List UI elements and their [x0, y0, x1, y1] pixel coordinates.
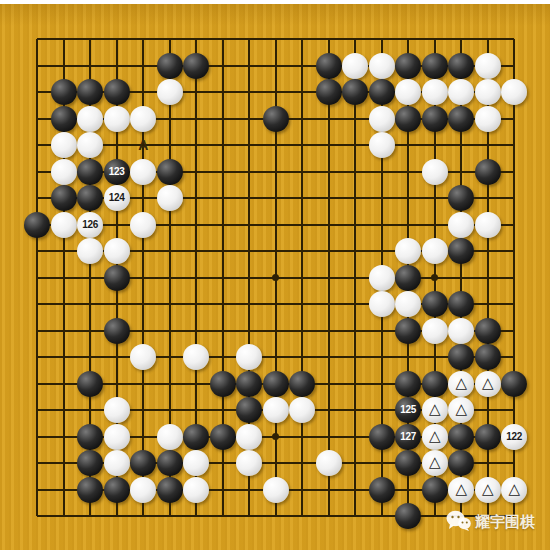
intersection-10-17[interactable]	[263, 450, 290, 477]
intersection-5-19[interactable]	[130, 503, 157, 530]
intersection-19-15[interactable]	[501, 397, 528, 424]
intersection-12-6[interactable]	[316, 159, 343, 186]
intersection-12-12[interactable]	[316, 318, 343, 345]
intersection-15-18[interactable]	[395, 477, 422, 504]
intersection-19-2[interactable]	[501, 53, 528, 80]
intersection-4-8[interactable]	[104, 212, 131, 239]
intersection-4-5[interactable]	[104, 132, 131, 159]
intersection-3-10[interactable]	[77, 265, 104, 292]
intersection-19-9[interactable]	[501, 238, 528, 265]
intersection-12-17[interactable]	[316, 450, 343, 477]
intersection-7-9[interactable]	[183, 238, 210, 265]
intersection-14-7[interactable]	[369, 185, 396, 212]
intersection-9-4[interactable]	[236, 106, 263, 133]
intersection-16-5[interactable]	[422, 132, 449, 159]
intersection-3-11[interactable]	[77, 291, 104, 318]
intersection-19-8[interactable]	[501, 212, 528, 239]
intersection-11-10[interactable]	[289, 265, 316, 292]
intersection-3-9[interactable]	[77, 238, 104, 265]
intersection-12-15[interactable]	[316, 397, 343, 424]
intersection-10-12[interactable]	[263, 318, 290, 345]
intersection-15-8[interactable]	[395, 212, 422, 239]
intersection-17-13[interactable]	[448, 344, 475, 371]
intersection-12-14[interactable]	[316, 371, 343, 398]
intersection-19-3[interactable]	[501, 79, 528, 106]
intersection-8-15[interactable]	[210, 397, 237, 424]
intersection-10-2[interactable]	[263, 53, 290, 80]
intersection-9-7[interactable]	[236, 185, 263, 212]
intersection-14-3[interactable]	[369, 79, 396, 106]
intersection-4-7[interactable]: 124	[104, 185, 131, 212]
intersection-3-5[interactable]	[77, 132, 104, 159]
intersection-17-4[interactable]	[448, 106, 475, 133]
intersection-19-16[interactable]: 122	[501, 424, 528, 451]
intersection-18-4[interactable]	[475, 106, 502, 133]
intersection-2-9[interactable]	[51, 238, 78, 265]
intersection-6-6[interactable]	[157, 159, 184, 186]
intersection-14-8[interactable]	[369, 212, 396, 239]
intersection-10-4[interactable]	[263, 106, 290, 133]
intersection-15-7[interactable]	[395, 185, 422, 212]
intersection-14-9[interactable]	[369, 238, 396, 265]
intersection-3-16[interactable]	[77, 424, 104, 451]
intersection-14-6[interactable]	[369, 159, 396, 186]
intersection-19-1[interactable]	[501, 26, 528, 53]
intersection-18-11[interactable]	[475, 291, 502, 318]
intersection-16-7[interactable]	[422, 185, 449, 212]
intersection-12-18[interactable]	[316, 477, 343, 504]
intersection-2-6[interactable]	[51, 159, 78, 186]
intersection-1-19[interactable]	[24, 503, 51, 530]
intersection-7-19[interactable]	[183, 503, 210, 530]
intersection-17-8[interactable]	[448, 212, 475, 239]
intersection-17-11[interactable]	[448, 291, 475, 318]
intersection-14-17[interactable]	[369, 450, 396, 477]
intersection-12-13[interactable]	[316, 344, 343, 371]
intersection-9-9[interactable]	[236, 238, 263, 265]
intersection-14-14[interactable]	[369, 371, 396, 398]
intersection-2-1[interactable]	[51, 26, 78, 53]
intersection-19-12[interactable]	[501, 318, 528, 345]
intersection-15-12[interactable]	[395, 318, 422, 345]
intersection-19-11[interactable]	[501, 291, 528, 318]
intersection-2-18[interactable]	[51, 477, 78, 504]
intersection-16-3[interactable]	[422, 79, 449, 106]
intersection-5-6[interactable]	[130, 159, 157, 186]
intersection-9-17[interactable]	[236, 450, 263, 477]
intersection-15-6[interactable]	[395, 159, 422, 186]
intersection-16-2[interactable]	[422, 53, 449, 80]
intersection-1-14[interactable]	[24, 371, 51, 398]
intersection-16-13[interactable]	[422, 344, 449, 371]
intersection-18-9[interactable]	[475, 238, 502, 265]
intersection-18-12[interactable]	[475, 318, 502, 345]
intersection-5-14[interactable]	[130, 371, 157, 398]
intersection-16-9[interactable]	[422, 238, 449, 265]
intersection-3-3[interactable]	[77, 79, 104, 106]
intersection-4-17[interactable]	[104, 450, 131, 477]
intersection-4-13[interactable]	[104, 344, 131, 371]
intersection-9-19[interactable]	[236, 503, 263, 530]
intersection-6-13[interactable]	[157, 344, 184, 371]
intersection-5-17[interactable]	[130, 450, 157, 477]
intersection-2-16[interactable]	[51, 424, 78, 451]
intersection-8-19[interactable]	[210, 503, 237, 530]
intersection-9-10[interactable]	[236, 265, 263, 292]
intersection-1-12[interactable]	[24, 318, 51, 345]
intersection-16-14[interactable]	[422, 371, 449, 398]
intersection-17-2[interactable]	[448, 53, 475, 80]
intersection-2-5[interactable]	[51, 132, 78, 159]
intersection-8-11[interactable]	[210, 291, 237, 318]
intersection-19-10[interactable]	[501, 265, 528, 292]
intersection-2-10[interactable]	[51, 265, 78, 292]
intersection-9-16[interactable]	[236, 424, 263, 451]
intersection-8-17[interactable]	[210, 450, 237, 477]
intersection-16-11[interactable]	[422, 291, 449, 318]
intersection-14-1[interactable]	[369, 26, 396, 53]
intersection-9-18[interactable]	[236, 477, 263, 504]
intersection-4-1[interactable]	[104, 26, 131, 53]
intersection-2-19[interactable]	[51, 503, 78, 530]
intersection-7-12[interactable]	[183, 318, 210, 345]
intersection-17-7[interactable]	[448, 185, 475, 212]
intersection-4-11[interactable]	[104, 291, 131, 318]
intersection-11-16[interactable]	[289, 424, 316, 451]
intersection-10-7[interactable]	[263, 185, 290, 212]
intersection-17-15[interactable]: △	[448, 397, 475, 424]
intersection-9-6[interactable]	[236, 159, 263, 186]
intersection-17-12[interactable]	[448, 318, 475, 345]
intersection-11-17[interactable]	[289, 450, 316, 477]
intersection-1-5[interactable]	[24, 132, 51, 159]
intersection-1-13[interactable]	[24, 344, 51, 371]
intersection-2-15[interactable]	[51, 397, 78, 424]
intersection-18-17[interactable]	[475, 450, 502, 477]
intersection-4-10[interactable]	[104, 265, 131, 292]
intersection-8-10[interactable]	[210, 265, 237, 292]
intersection-2-4[interactable]	[51, 106, 78, 133]
intersection-10-13[interactable]	[263, 344, 290, 371]
intersection-3-7[interactable]	[77, 185, 104, 212]
intersection-5-8[interactable]	[130, 212, 157, 239]
intersection-16-1[interactable]	[422, 26, 449, 53]
intersection-11-13[interactable]	[289, 344, 316, 371]
intersection-8-6[interactable]	[210, 159, 237, 186]
intersection-15-9[interactable]	[395, 238, 422, 265]
intersection-19-13[interactable]	[501, 344, 528, 371]
intersection-10-19[interactable]	[263, 503, 290, 530]
intersection-10-15[interactable]	[263, 397, 290, 424]
intersection-7-10[interactable]	[183, 265, 210, 292]
intersection-10-9[interactable]	[263, 238, 290, 265]
intersection-13-6[interactable]	[342, 159, 369, 186]
intersection-19-18[interactable]: △	[501, 477, 528, 504]
intersection-11-6[interactable]	[289, 159, 316, 186]
intersection-19-17[interactable]	[501, 450, 528, 477]
intersection-4-9[interactable]	[104, 238, 131, 265]
intersection-9-12[interactable]	[236, 318, 263, 345]
intersection-19-14[interactable]	[501, 371, 528, 398]
intersection-3-6[interactable]	[77, 159, 104, 186]
intersection-4-15[interactable]	[104, 397, 131, 424]
intersection-2-11[interactable]	[51, 291, 78, 318]
intersection-5-18[interactable]	[130, 477, 157, 504]
intersection-11-5[interactable]	[289, 132, 316, 159]
intersection-5-5[interactable]: A	[130, 132, 157, 159]
intersection-7-6[interactable]	[183, 159, 210, 186]
intersection-12-2[interactable]	[316, 53, 343, 80]
intersection-12-5[interactable]	[316, 132, 343, 159]
intersection-15-10[interactable]	[395, 265, 422, 292]
intersection-15-17[interactable]	[395, 450, 422, 477]
intersection-1-15[interactable]	[24, 397, 51, 424]
intersection-16-4[interactable]	[422, 106, 449, 133]
intersection-11-18[interactable]	[289, 477, 316, 504]
intersection-18-8[interactable]	[475, 212, 502, 239]
intersection-13-9[interactable]	[342, 238, 369, 265]
intersection-4-4[interactable]	[104, 106, 131, 133]
intersection-18-2[interactable]	[475, 53, 502, 80]
intersection-8-12[interactable]	[210, 318, 237, 345]
intersection-13-17[interactable]	[342, 450, 369, 477]
intersection-12-7[interactable]	[316, 185, 343, 212]
intersection-15-15[interactable]: 125	[395, 397, 422, 424]
intersection-12-9[interactable]	[316, 238, 343, 265]
intersection-11-3[interactable]	[289, 79, 316, 106]
intersection-6-10[interactable]	[157, 265, 184, 292]
intersection-14-2[interactable]	[369, 53, 396, 80]
intersection-7-7[interactable]	[183, 185, 210, 212]
intersection-9-13[interactable]	[236, 344, 263, 371]
intersection-18-1[interactable]	[475, 26, 502, 53]
intersection-5-9[interactable]	[130, 238, 157, 265]
intersection-12-3[interactable]	[316, 79, 343, 106]
intersection-7-14[interactable]	[183, 371, 210, 398]
intersection-13-8[interactable]	[342, 212, 369, 239]
intersection-13-12[interactable]	[342, 318, 369, 345]
intersection-13-11[interactable]	[342, 291, 369, 318]
intersection-2-12[interactable]	[51, 318, 78, 345]
intersection-10-1[interactable]	[263, 26, 290, 53]
intersection-4-18[interactable]	[104, 477, 131, 504]
intersection-6-9[interactable]	[157, 238, 184, 265]
intersection-4-2[interactable]	[104, 53, 131, 80]
intersection-10-11[interactable]	[263, 291, 290, 318]
intersection-14-18[interactable]	[369, 477, 396, 504]
intersection-1-16[interactable]	[24, 424, 51, 451]
intersection-1-6[interactable]	[24, 159, 51, 186]
intersection-9-14[interactable]	[236, 371, 263, 398]
intersection-15-11[interactable]	[395, 291, 422, 318]
intersection-6-14[interactable]	[157, 371, 184, 398]
intersection-3-14[interactable]	[77, 371, 104, 398]
intersection-1-4[interactable]	[24, 106, 51, 133]
intersection-11-8[interactable]	[289, 212, 316, 239]
intersection-19-7[interactable]	[501, 185, 528, 212]
intersection-14-13[interactable]	[369, 344, 396, 371]
intersection-10-3[interactable]	[263, 79, 290, 106]
intersection-5-16[interactable]	[130, 424, 157, 451]
intersection-15-2[interactable]	[395, 53, 422, 80]
intersection-6-7[interactable]	[157, 185, 184, 212]
intersection-16-19[interactable]	[422, 503, 449, 530]
intersection-14-11[interactable]	[369, 291, 396, 318]
intersection-15-16[interactable]: 127	[395, 424, 422, 451]
intersection-4-16[interactable]	[104, 424, 131, 451]
intersection-16-16[interactable]: △	[422, 424, 449, 451]
intersection-12-11[interactable]	[316, 291, 343, 318]
intersection-14-4[interactable]	[369, 106, 396, 133]
intersection-8-18[interactable]	[210, 477, 237, 504]
intersection-5-3[interactable]	[130, 79, 157, 106]
intersection-1-9[interactable]	[24, 238, 51, 265]
intersection-1-8[interactable]	[24, 212, 51, 239]
intersection-16-17[interactable]: △	[422, 450, 449, 477]
intersection-5-12[interactable]	[130, 318, 157, 345]
intersection-18-6[interactable]	[475, 159, 502, 186]
intersection-17-10[interactable]	[448, 265, 475, 292]
intersection-10-6[interactable]	[263, 159, 290, 186]
intersection-2-7[interactable]	[51, 185, 78, 212]
intersection-18-13[interactable]	[475, 344, 502, 371]
intersection-7-1[interactable]	[183, 26, 210, 53]
intersection-12-8[interactable]	[316, 212, 343, 239]
intersection-4-6[interactable]: 123	[104, 159, 131, 186]
intersection-7-18[interactable]	[183, 477, 210, 504]
intersection-2-3[interactable]	[51, 79, 78, 106]
intersection-7-4[interactable]	[183, 106, 210, 133]
intersection-5-7[interactable]	[130, 185, 157, 212]
intersection-8-5[interactable]	[210, 132, 237, 159]
intersection-13-5[interactable]	[342, 132, 369, 159]
intersection-13-1[interactable]	[342, 26, 369, 53]
intersection-8-13[interactable]	[210, 344, 237, 371]
intersection-11-11[interactable]	[289, 291, 316, 318]
intersection-15-1[interactable]	[395, 26, 422, 53]
intersection-19-5[interactable]	[501, 132, 528, 159]
intersection-1-3[interactable]	[24, 79, 51, 106]
intersection-13-18[interactable]	[342, 477, 369, 504]
go-board[interactable]: A123124126△△125△△127△122△△△△	[24, 26, 528, 530]
intersection-4-14[interactable]	[104, 371, 131, 398]
intersection-11-15[interactable]	[289, 397, 316, 424]
intersection-18-3[interactable]	[475, 79, 502, 106]
intersection-13-15[interactable]	[342, 397, 369, 424]
intersection-15-13[interactable]	[395, 344, 422, 371]
intersection-9-2[interactable]	[236, 53, 263, 80]
intersection-17-18[interactable]: △	[448, 477, 475, 504]
intersection-16-10[interactable]	[422, 265, 449, 292]
intersection-1-10[interactable]	[24, 265, 51, 292]
intersection-2-13[interactable]	[51, 344, 78, 371]
intersection-1-17[interactable]	[24, 450, 51, 477]
intersection-10-14[interactable]	[263, 371, 290, 398]
intersection-8-9[interactable]	[210, 238, 237, 265]
intersection-3-17[interactable]	[77, 450, 104, 477]
intersection-17-1[interactable]	[448, 26, 475, 53]
intersection-14-19[interactable]	[369, 503, 396, 530]
intersection-1-18[interactable]	[24, 477, 51, 504]
intersection-18-7[interactable]	[475, 185, 502, 212]
intersection-18-10[interactable]	[475, 265, 502, 292]
intersection-12-10[interactable]	[316, 265, 343, 292]
intersection-11-1[interactable]	[289, 26, 316, 53]
intersection-7-15[interactable]	[183, 397, 210, 424]
intersection-6-17[interactable]	[157, 450, 184, 477]
intersection-14-12[interactable]	[369, 318, 396, 345]
intersection-10-8[interactable]	[263, 212, 290, 239]
intersection-7-16[interactable]	[183, 424, 210, 451]
intersection-2-17[interactable]	[51, 450, 78, 477]
intersection-6-1[interactable]	[157, 26, 184, 53]
intersection-13-4[interactable]	[342, 106, 369, 133]
intersection-10-5[interactable]	[263, 132, 290, 159]
intersection-7-2[interactable]	[183, 53, 210, 80]
intersection-1-2[interactable]	[24, 53, 51, 80]
intersection-4-19[interactable]	[104, 503, 131, 530]
intersection-6-12[interactable]	[157, 318, 184, 345]
intersection-7-13[interactable]	[183, 344, 210, 371]
intersection-5-10[interactable]	[130, 265, 157, 292]
intersection-3-18[interactable]	[77, 477, 104, 504]
intersection-11-7[interactable]	[289, 185, 316, 212]
intersection-7-11[interactable]	[183, 291, 210, 318]
intersection-13-13[interactable]	[342, 344, 369, 371]
intersection-18-14[interactable]: △	[475, 371, 502, 398]
intersection-16-12[interactable]	[422, 318, 449, 345]
intersection-16-8[interactable]	[422, 212, 449, 239]
intersection-17-9[interactable]	[448, 238, 475, 265]
intersection-3-19[interactable]	[77, 503, 104, 530]
intersection-6-4[interactable]	[157, 106, 184, 133]
intersection-3-1[interactable]	[77, 26, 104, 53]
intersection-6-19[interactable]	[157, 503, 184, 530]
intersection-3-8[interactable]: 126	[77, 212, 104, 239]
intersection-8-14[interactable]	[210, 371, 237, 398]
intersection-1-7[interactable]	[24, 185, 51, 212]
intersection-16-6[interactable]	[422, 159, 449, 186]
intersection-13-2[interactable]	[342, 53, 369, 80]
intersection-6-15[interactable]	[157, 397, 184, 424]
intersection-12-4[interactable]	[316, 106, 343, 133]
intersection-11-14[interactable]	[289, 371, 316, 398]
intersection-16-18[interactable]	[422, 477, 449, 504]
intersection-18-15[interactable]	[475, 397, 502, 424]
intersection-9-5[interactable]	[236, 132, 263, 159]
intersection-14-15[interactable]	[369, 397, 396, 424]
intersection-11-2[interactable]	[289, 53, 316, 80]
intersection-10-16[interactable]	[263, 424, 290, 451]
intersection-14-16[interactable]	[369, 424, 396, 451]
intersection-17-16[interactable]	[448, 424, 475, 451]
intersection-9-11[interactable]	[236, 291, 263, 318]
intersection-9-3[interactable]	[236, 79, 263, 106]
intersection-3-13[interactable]	[77, 344, 104, 371]
intersection-8-8[interactable]	[210, 212, 237, 239]
intersection-13-14[interactable]	[342, 371, 369, 398]
intersection-13-7[interactable]	[342, 185, 369, 212]
intersection-13-3[interactable]	[342, 79, 369, 106]
intersection-2-2[interactable]	[51, 53, 78, 80]
intersection-8-16[interactable]	[210, 424, 237, 451]
intersection-7-17[interactable]	[183, 450, 210, 477]
intersection-17-5[interactable]	[448, 132, 475, 159]
intersection-11-12[interactable]	[289, 318, 316, 345]
intersection-8-7[interactable]	[210, 185, 237, 212]
intersection-10-10[interactable]	[263, 265, 290, 292]
intersection-6-2[interactable]	[157, 53, 184, 80]
